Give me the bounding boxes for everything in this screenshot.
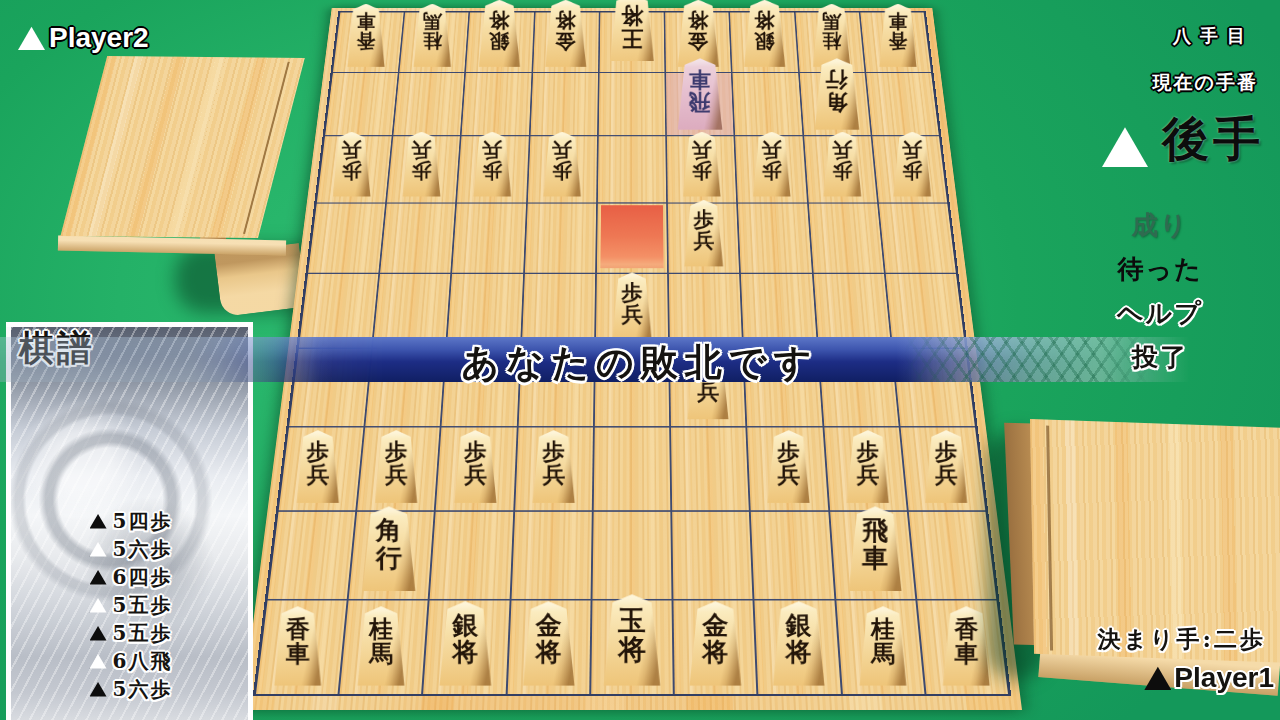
board-cell[interactable]: 桂馬	[836, 601, 924, 694]
piece-kanji: 銀将	[488, 8, 510, 51]
kifu-move-text: 5五歩	[113, 592, 173, 619]
piece-kanji: 金将	[554, 8, 576, 51]
board-cell[interactable]: 銀将	[466, 13, 533, 72]
kifu-move-text: 6八飛	[113, 648, 173, 675]
board-cell[interactable]	[594, 428, 671, 510]
piece-pawn-gote[interactable]: 歩兵	[823, 131, 861, 196]
piece-pawn-sente[interactable]: 歩兵	[846, 430, 889, 503]
board-cell[interactable]: 歩兵	[515, 428, 593, 510]
player1-label: Player1	[1144, 662, 1274, 694]
piece-gold-sente[interactable]: 金将	[689, 601, 742, 685]
piece-kanji: 香車	[356, 11, 376, 51]
action-menu: 成り待ったヘルプ投了	[1040, 208, 1280, 384]
piece-kanji: 桂馬	[821, 11, 841, 51]
piece-knight-sente[interactable]: 桂馬	[358, 606, 406, 685]
menu-item-待った[interactable]: 待った	[1040, 252, 1280, 296]
kifu-move-text: 5六歩	[113, 676, 173, 703]
turn-side-label: 後手	[1162, 108, 1264, 171]
board-cell[interactable]	[308, 203, 385, 272]
kifu-move: 6八飛	[51, 647, 211, 675]
board-cell[interactable]: 金将	[507, 601, 590, 694]
sente-mark-icon	[90, 626, 107, 641]
piece-kanji: 香車	[888, 11, 908, 51]
board-cell[interactable]: 歩兵	[824, 428, 907, 510]
sente-mark-icon	[90, 682, 107, 697]
piece-kanji: 金将	[702, 612, 730, 666]
piece-kanji: 銀将	[785, 612, 813, 666]
board-cell[interactable]: 銀将	[730, 13, 797, 72]
piece-king-sente[interactable]: 玉将	[603, 594, 661, 685]
board-cell[interactable]	[733, 73, 802, 135]
board-cell[interactable]: 王将	[599, 13, 664, 72]
board-cell[interactable]	[671, 428, 749, 510]
board-cell[interactable]: 歩兵	[528, 136, 597, 202]
piece-kanji: 飛車	[688, 68, 712, 114]
piece-pawn-gote[interactable]: 歩兵	[473, 131, 511, 196]
gote-mark-icon	[90, 654, 107, 669]
board-cell[interactable]: 歩兵	[357, 428, 440, 510]
board-cell[interactable]: 歩兵	[387, 136, 460, 202]
board-cell[interactable]	[597, 203, 667, 272]
piece-kanji: 香車	[285, 616, 311, 666]
deciding-move-label: 決まり手:二歩	[1097, 624, 1266, 655]
piece-kanji: 歩兵	[691, 140, 713, 182]
piece-king-gote[interactable]: 王将	[609, 0, 655, 67]
board-cell[interactable]: 桂馬	[340, 601, 428, 694]
piece-bishop-sente[interactable]: 角行	[362, 507, 416, 592]
board-cell[interactable]	[268, 512, 356, 600]
sente-mark-icon	[90, 514, 107, 529]
piece-kanji: 角行	[825, 68, 849, 114]
piece-kanji: 金将	[687, 8, 709, 51]
piece-kanji: 歩兵	[384, 439, 408, 486]
board-cell[interactable]: 香車	[256, 601, 347, 694]
piece-pawn-sente[interactable]: 歩兵	[684, 200, 723, 267]
piece-pawn-gote[interactable]: 歩兵	[753, 131, 791, 196]
piece-pawn-gote[interactable]: 歩兵	[543, 131, 581, 196]
board-cell[interactable]	[430, 512, 513, 600]
piece-rook-sente[interactable]: 飛車	[848, 507, 902, 592]
turn-heading: 現在の手番	[1153, 70, 1258, 96]
board-cell[interactable]: 歩兵	[804, 136, 877, 202]
piece-kanji: 金将	[535, 612, 563, 666]
piece-kanji: 銀将	[754, 8, 776, 51]
player2-name: Player2	[49, 22, 149, 54]
board-cell[interactable]: 銀将	[424, 601, 510, 694]
menu-item-投了[interactable]: 投了	[1040, 340, 1280, 384]
piece-pawn-sente[interactable]: 歩兵	[925, 430, 968, 503]
board-cell[interactable]: 歩兵	[900, 428, 985, 510]
board-cell[interactable]	[879, 203, 956, 272]
board-cell[interactable]: 角行	[349, 512, 434, 600]
piece-pawn-sente[interactable]: 歩兵	[454, 430, 497, 503]
board-cell[interactable]: 香車	[860, 13, 931, 72]
board-cell[interactable]: 角行	[799, 73, 870, 135]
board-cell[interactable]	[909, 512, 997, 600]
piece-kanji: 歩兵	[463, 439, 487, 486]
board-cell[interactable]	[751, 512, 834, 600]
board-cell[interactable]	[598, 136, 667, 202]
piece-kanji: 桂馬	[422, 11, 442, 51]
board-cell[interactable]: 飛車	[830, 512, 915, 600]
kifu-move: 5五歩	[51, 591, 211, 619]
board-cell[interactable]: 玉将	[591, 601, 673, 694]
piece-pawn-gote[interactable]: 歩兵	[683, 131, 721, 196]
piece-gold-sente[interactable]: 金将	[522, 601, 575, 685]
piece-kanji: 歩兵	[341, 140, 363, 182]
piece-knight-sente[interactable]: 桂馬	[859, 606, 907, 685]
board-cell[interactable]	[452, 203, 525, 272]
piece-pawn-sente[interactable]: 歩兵	[768, 430, 811, 503]
board-cell[interactable]: 金将	[533, 13, 599, 72]
piece-kanji: 歩兵	[901, 140, 923, 182]
board-cell[interactable]: 桂馬	[400, 13, 469, 72]
board-cell[interactable]: 歩兵	[667, 136, 736, 202]
board-cell[interactable]: 銀将	[755, 601, 841, 694]
board-cell[interactable]	[525, 203, 596, 272]
piece-kanji: 王将	[620, 3, 644, 49]
piece-pawn-gote[interactable]: 歩兵	[333, 131, 371, 196]
move-number-label: 八手目	[1173, 24, 1254, 48]
piece-pawn-sente[interactable]: 歩兵	[297, 430, 340, 503]
board-cell[interactable]: 香車	[333, 13, 404, 72]
piece-lance-gote[interactable]: 香車	[347, 3, 385, 66]
board-cell[interactable]: 歩兵	[317, 136, 392, 202]
gote-mark-icon	[90, 598, 107, 613]
sente-mark-icon	[90, 570, 107, 585]
piece-kanji: 玉将	[617, 606, 647, 664]
board-cell[interactable]	[325, 73, 398, 135]
piece-knight-gote[interactable]: 桂馬	[414, 3, 452, 66]
player2-label: Player2	[18, 22, 149, 54]
board-cell[interactable]: 歩兵	[735, 136, 806, 202]
board-cell[interactable]: 歩兵	[872, 136, 947, 202]
board-cell[interactable]: 歩兵	[457, 136, 528, 202]
piece-kanji: 香車	[953, 616, 979, 666]
board-cell[interactable]: 金将	[674, 601, 757, 694]
board-cell[interactable]	[462, 73, 531, 135]
kifu-move-text: 5六歩	[113, 536, 173, 563]
result-message: あなたの敗北です	[461, 340, 818, 384]
piece-lance-sente[interactable]: 香車	[274, 606, 322, 685]
gote-mark-icon	[18, 26, 45, 50]
piece-kanji: 歩兵	[777, 439, 801, 486]
piece-kanji: 歩兵	[761, 140, 783, 182]
board-cell[interactable]: 飛車	[666, 73, 734, 135]
board-cell[interactable]: 歩兵	[279, 428, 364, 510]
kifu-move-text: 5五歩	[113, 620, 173, 647]
board-cell[interactable]	[808, 203, 883, 272]
piece-silver-gote[interactable]: 銀将	[744, 0, 786, 67]
piece-gold-gote[interactable]: 金将	[545, 0, 587, 67]
board-cell[interactable]	[738, 203, 811, 272]
kifu-move: 5六歩	[51, 675, 211, 703]
piece-pawn-sente[interactable]: 歩兵	[612, 272, 652, 341]
piece-gold-gote[interactable]: 金将	[678, 0, 720, 67]
piece-silver-sente[interactable]: 銀将	[439, 601, 492, 685]
piece-kanji: 銀将	[451, 612, 479, 666]
kifu-move: 5五歩	[51, 619, 211, 647]
piece-silver-gote[interactable]: 銀将	[478, 0, 520, 67]
piece-kanji: 歩兵	[541, 439, 565, 486]
game-screen: 香車桂馬銀将金将王将金将銀将桂馬香車飛車角行歩兵歩兵歩兵歩兵歩兵歩兵歩兵歩兵歩兵…	[0, 0, 1280, 720]
kifu-move-text: 5四歩	[113, 508, 173, 535]
board-cell[interactable]	[592, 512, 671, 600]
board-cell[interactable]: 歩兵	[668, 203, 739, 272]
piece-kanji: 飛車	[861, 518, 889, 572]
board-cell[interactable]	[672, 512, 752, 600]
piece-kanji: 歩兵	[934, 439, 958, 486]
piece-kanji: 桂馬	[870, 616, 896, 666]
board-cell[interactable]	[530, 73, 598, 135]
kifu-move-text: 6四歩	[113, 564, 173, 591]
menu-item-ヘルプ[interactable]: ヘルプ	[1040, 296, 1280, 340]
piece-pawn-gote[interactable]: 歩兵	[403, 131, 441, 196]
piece-kanji: 歩兵	[831, 140, 853, 182]
sente-mark-icon	[1144, 666, 1171, 690]
gote-mark-icon	[90, 542, 107, 557]
piece-kanji: 角行	[375, 518, 403, 572]
board-cell[interactable]	[394, 73, 465, 135]
board-cell[interactable]: 歩兵	[436, 428, 516, 510]
piece-kanji: 歩兵	[551, 140, 573, 182]
board-cell[interactable]	[511, 512, 591, 600]
piece-kanji: 歩兵	[855, 439, 879, 486]
board-cell[interactable]	[599, 73, 666, 135]
piece-kanji: 歩兵	[621, 281, 644, 325]
piece-kanji: 歩兵	[306, 439, 330, 486]
gote-mark-icon	[1102, 126, 1148, 167]
board-cell[interactable]: 歩兵	[748, 428, 828, 510]
turn-indicator: 後手	[1102, 108, 1264, 171]
piece-pawn-sente[interactable]: 歩兵	[532, 430, 575, 503]
piece-lance-sente[interactable]: 香車	[942, 606, 990, 685]
piece-kanji: 歩兵	[411, 140, 433, 182]
kifu-move: 5六歩	[51, 535, 211, 563]
piece-pawn-gote[interactable]: 歩兵	[893, 131, 931, 196]
board-cell[interactable]	[380, 203, 455, 272]
player1-name: Player1	[1174, 662, 1274, 694]
board-cell[interactable]	[866, 73, 939, 135]
kifu-move: 6四歩	[51, 563, 211, 591]
kifu-move: 5四歩	[51, 507, 211, 535]
menu-item-成り[interactable]: 成り	[1040, 208, 1280, 252]
kifu-move-list: 5四歩5六歩6四歩5五歩5五歩6八飛5六歩	[51, 507, 211, 703]
piece-kanji: 歩兵	[693, 209, 715, 252]
piece-pawn-sente[interactable]: 歩兵	[375, 430, 418, 503]
piece-silver-sente[interactable]: 銀将	[773, 601, 826, 685]
piece-lance-gote[interactable]: 香車	[879, 3, 917, 66]
piece-kanji: 歩兵	[481, 140, 503, 182]
piece-knight-gote[interactable]: 桂馬	[812, 3, 850, 66]
piece-kanji: 桂馬	[368, 616, 394, 666]
